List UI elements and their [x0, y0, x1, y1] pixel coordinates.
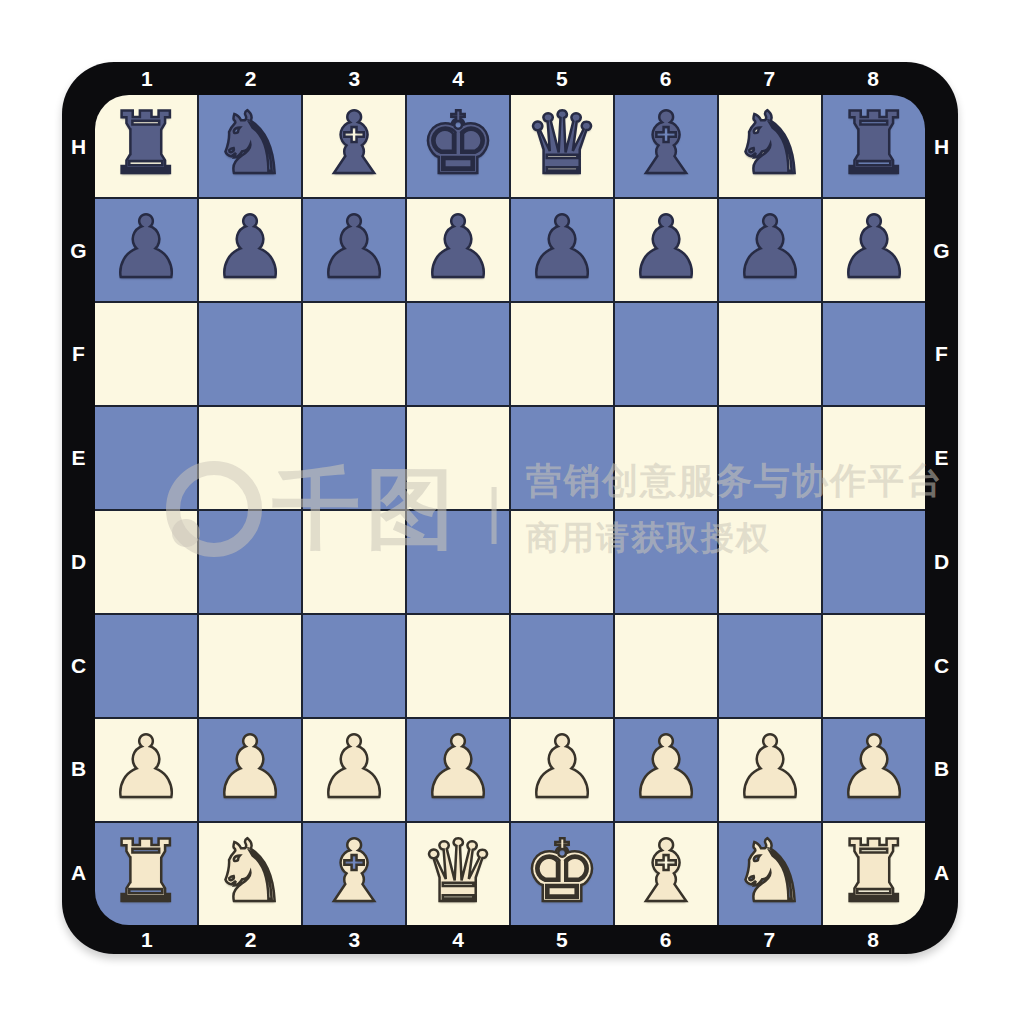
square-D3[interactable] [303, 511, 405, 613]
label-right-E: E [925, 406, 958, 510]
label-top-4: 4 [406, 62, 510, 95]
square-D4[interactable] [407, 511, 509, 613]
square-C1[interactable] [95, 615, 197, 717]
dark-pawn-icon: ♟ [523, 204, 600, 290]
square-A4[interactable]: ♛ [407, 823, 509, 925]
dark-bishop-icon: ♝ [627, 100, 704, 186]
square-D6[interactable] [615, 511, 717, 613]
label-top-1: 1 [95, 62, 199, 95]
square-B1[interactable]: ♟ [95, 719, 197, 821]
light-pawn-icon: ♟ [211, 724, 288, 810]
board-frame: 12345678 12345678 HGFEDCBA HGFEDCBA ♜♞♝♚… [62, 62, 958, 954]
light-pawn-icon: ♟ [627, 724, 704, 810]
square-H6[interactable]: ♝ [615, 95, 717, 197]
square-G4[interactable]: ♟ [407, 199, 509, 301]
square-F8[interactable] [823, 303, 925, 405]
square-D8[interactable] [823, 511, 925, 613]
dark-rook-icon: ♜ [107, 100, 184, 186]
rank-labels-right: HGFEDCBA [925, 95, 958, 925]
square-B7[interactable]: ♟ [719, 719, 821, 821]
label-right-D: D [925, 510, 958, 614]
light-pawn-icon: ♟ [315, 724, 392, 810]
square-D2[interactable] [199, 511, 301, 613]
square-F5[interactable] [511, 303, 613, 405]
square-C3[interactable] [303, 615, 405, 717]
rank-labels-left: HGFEDCBA [62, 95, 95, 925]
label-bottom-6: 6 [614, 925, 718, 954]
label-left-H: H [62, 95, 95, 199]
square-H7[interactable]: ♞ [719, 95, 821, 197]
label-bottom-8: 8 [821, 925, 925, 954]
square-G6[interactable]: ♟ [615, 199, 717, 301]
dark-pawn-icon: ♟ [211, 204, 288, 290]
square-G3[interactable]: ♟ [303, 199, 405, 301]
light-king-icon: ♚ [523, 828, 600, 914]
label-top-6: 6 [614, 62, 718, 95]
square-B8[interactable]: ♟ [823, 719, 925, 821]
label-left-G: G [62, 199, 95, 303]
dark-rook-icon: ♜ [835, 100, 912, 186]
square-D7[interactable] [719, 511, 821, 613]
dark-pawn-icon: ♟ [315, 204, 392, 290]
square-B4[interactable]: ♟ [407, 719, 509, 821]
square-C8[interactable] [823, 615, 925, 717]
light-pawn-icon: ♟ [523, 724, 600, 810]
label-left-C: C [62, 614, 95, 718]
dark-king-icon: ♚ [419, 100, 496, 186]
square-D5[interactable] [511, 511, 613, 613]
square-F6[interactable] [615, 303, 717, 405]
label-left-E: E [62, 406, 95, 510]
light-knight-icon: ♞ [211, 828, 288, 914]
label-right-A: A [925, 821, 958, 925]
file-labels-top: 12345678 [95, 62, 925, 95]
label-top-2: 2 [199, 62, 303, 95]
square-C5[interactable] [511, 615, 613, 717]
square-E6[interactable] [615, 407, 717, 509]
square-C7[interactable] [719, 615, 821, 717]
label-bottom-7: 7 [718, 925, 822, 954]
square-E5[interactable] [511, 407, 613, 509]
square-B2[interactable]: ♟ [199, 719, 301, 821]
light-bishop-icon: ♝ [315, 828, 392, 914]
light-pawn-icon: ♟ [835, 724, 912, 810]
label-top-7: 7 [718, 62, 822, 95]
light-knight-icon: ♞ [731, 828, 808, 914]
dark-pawn-icon: ♟ [107, 204, 184, 290]
square-A7[interactable]: ♞ [719, 823, 821, 925]
square-B5[interactable]: ♟ [511, 719, 613, 821]
square-H5[interactable]: ♛ [511, 95, 613, 197]
light-pawn-icon: ♟ [107, 724, 184, 810]
dark-pawn-icon: ♟ [731, 204, 808, 290]
square-F4[interactable] [407, 303, 509, 405]
label-top-5: 5 [510, 62, 614, 95]
dark-pawn-icon: ♟ [627, 204, 704, 290]
square-H2[interactable]: ♞ [199, 95, 301, 197]
light-queen-icon: ♛ [419, 828, 496, 914]
square-H1[interactable]: ♜ [95, 95, 197, 197]
square-F7[interactable] [719, 303, 821, 405]
square-H4[interactable]: ♚ [407, 95, 509, 197]
file-labels-bottom: 12345678 [95, 925, 925, 954]
label-top-3: 3 [303, 62, 407, 95]
dark-knight-icon: ♞ [211, 100, 288, 186]
light-rook-icon: ♜ [835, 828, 912, 914]
light-pawn-icon: ♟ [419, 724, 496, 810]
square-C2[interactable] [199, 615, 301, 717]
square-F3[interactable] [303, 303, 405, 405]
square-E3[interactable] [303, 407, 405, 509]
dark-queen-icon: ♛ [523, 100, 600, 186]
chess-board: ♜♞♝♚♛♝♞♜♟♟♟♟♟♟♟♟♟♟♟♟♟♟♟♟♜♞♝♛♚♝♞♜ [95, 95, 925, 925]
square-A2[interactable]: ♞ [199, 823, 301, 925]
label-right-G: G [925, 199, 958, 303]
square-H3[interactable]: ♝ [303, 95, 405, 197]
square-E2[interactable] [199, 407, 301, 509]
square-B3[interactable]: ♟ [303, 719, 405, 821]
light-pawn-icon: ♟ [731, 724, 808, 810]
label-left-F: F [62, 303, 95, 407]
square-E7[interactable] [719, 407, 821, 509]
square-E4[interactable] [407, 407, 509, 509]
label-bottom-5: 5 [510, 925, 614, 954]
square-A3[interactable]: ♝ [303, 823, 405, 925]
label-left-A: A [62, 821, 95, 925]
square-G1[interactable]: ♟ [95, 199, 197, 301]
square-E1[interactable] [95, 407, 197, 509]
dark-pawn-icon: ♟ [419, 204, 496, 290]
label-right-F: F [925, 303, 958, 407]
square-G2[interactable]: ♟ [199, 199, 301, 301]
label-right-B: B [925, 718, 958, 822]
label-right-C: C [925, 614, 958, 718]
square-A1[interactable]: ♜ [95, 823, 197, 925]
label-bottom-2: 2 [199, 925, 303, 954]
dark-pawn-icon: ♟ [835, 204, 912, 290]
light-rook-icon: ♜ [107, 828, 184, 914]
square-F1[interactable] [95, 303, 197, 405]
square-C6[interactable] [615, 615, 717, 717]
label-bottom-4: 4 [406, 925, 510, 954]
label-right-H: H [925, 95, 958, 199]
label-left-D: D [62, 510, 95, 614]
label-left-B: B [62, 718, 95, 822]
square-A8[interactable]: ♜ [823, 823, 925, 925]
square-E8[interactable] [823, 407, 925, 509]
dark-knight-icon: ♞ [731, 100, 808, 186]
square-G5[interactable]: ♟ [511, 199, 613, 301]
square-F2[interactable] [199, 303, 301, 405]
square-D1[interactable] [95, 511, 197, 613]
label-bottom-1: 1 [95, 925, 199, 954]
label-bottom-3: 3 [303, 925, 407, 954]
square-B6[interactable]: ♟ [615, 719, 717, 821]
square-G8[interactable]: ♟ [823, 199, 925, 301]
square-H8[interactable]: ♜ [823, 95, 925, 197]
square-C4[interactable] [407, 615, 509, 717]
dark-bishop-icon: ♝ [315, 100, 392, 186]
light-bishop-icon: ♝ [627, 828, 704, 914]
label-top-8: 8 [821, 62, 925, 95]
square-G7[interactable]: ♟ [719, 199, 821, 301]
square-A5[interactable]: ♚ [511, 823, 613, 925]
square-A6[interactable]: ♝ [615, 823, 717, 925]
